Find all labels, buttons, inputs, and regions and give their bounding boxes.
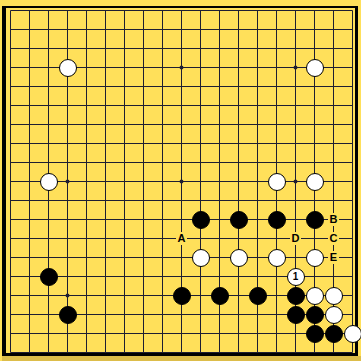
board-point (191, 210, 210, 229)
black-stone (249, 287, 267, 305)
point-label-text: E (328, 251, 339, 264)
black-stone (230, 211, 248, 229)
board-point (39, 267, 58, 286)
go-board-diagram: 1ABCDE (0, 0, 361, 361)
white-stone (40, 173, 58, 191)
board-point (286, 305, 305, 324)
point-label-e: E (324, 248, 343, 267)
black-stone (287, 287, 305, 305)
board-point (286, 286, 305, 305)
board-play-surface[interactable]: 1ABCDE (1, 1, 361, 361)
white-stone (268, 173, 286, 191)
board-point: 1 (286, 267, 305, 286)
white-stone (306, 59, 324, 77)
board-point (229, 210, 248, 229)
black-stone (211, 287, 229, 305)
black-stone (325, 325, 343, 343)
white-stone (306, 249, 324, 267)
point-label-b: B (324, 210, 343, 229)
board-point (305, 286, 324, 305)
white-stone (325, 287, 343, 305)
board-point (305, 248, 324, 267)
point-label-d: D (286, 229, 305, 248)
point-label-text: C (328, 232, 340, 245)
black-stone (192, 211, 210, 229)
board-point (305, 172, 324, 191)
point-label-text: D (290, 232, 302, 245)
board-point (210, 286, 229, 305)
board-point (172, 286, 191, 305)
white-stone (192, 249, 210, 267)
point-label-c: C (324, 229, 343, 248)
black-stone (40, 268, 58, 286)
white-stone (268, 249, 286, 267)
board-point (267, 248, 286, 267)
board-point (39, 172, 58, 191)
board-point (248, 286, 267, 305)
black-stone (173, 287, 191, 305)
black-stone (287, 306, 305, 324)
point-label-text: B (328, 213, 340, 226)
point-label-text: A (176, 232, 188, 245)
black-stone (268, 211, 286, 229)
board-point (324, 286, 343, 305)
board-point (324, 324, 343, 343)
white-stone (59, 59, 77, 77)
white-stone (230, 249, 248, 267)
board-point (58, 58, 77, 77)
black-stone (306, 306, 324, 324)
black-stone (306, 325, 324, 343)
black-stone (306, 211, 324, 229)
point-label-a: A (172, 229, 191, 248)
board-point (267, 210, 286, 229)
white-stone (306, 287, 324, 305)
board-point (305, 58, 324, 77)
board-point (58, 305, 77, 324)
board-point (305, 324, 324, 343)
board-point (305, 210, 324, 229)
white-stone-move-1: 1 (287, 268, 305, 286)
board-point (267, 172, 286, 191)
white-stone (306, 173, 324, 191)
black-stone (59, 306, 77, 324)
white-stone (344, 325, 361, 343)
board-point (229, 248, 248, 267)
white-stone (325, 306, 343, 324)
board-point (305, 305, 324, 324)
board-point (343, 324, 361, 343)
board-point (191, 248, 210, 267)
board-point (324, 305, 343, 324)
